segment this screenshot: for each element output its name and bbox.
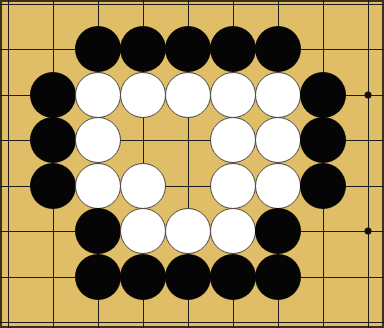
black-stone (210, 254, 256, 300)
go-board[interactable] (0, 0, 384, 328)
white-stone (120, 163, 166, 209)
black-stone (165, 26, 211, 72)
white-stone (75, 72, 121, 118)
white-stone (255, 117, 301, 163)
black-stone (300, 72, 346, 118)
white-stone (210, 72, 256, 118)
black-stone (120, 26, 166, 72)
black-stone (75, 254, 121, 300)
white-stone (120, 208, 166, 254)
white-stone (165, 72, 211, 118)
grid-line-horizontal (0, 322, 384, 323)
grid-line-horizontal (0, 4, 384, 5)
black-stone (165, 254, 211, 300)
white-stone (165, 208, 211, 254)
black-stone (75, 26, 121, 72)
black-stone (300, 163, 346, 209)
white-stone (210, 117, 256, 163)
black-stone (30, 117, 76, 163)
black-stone (210, 26, 256, 72)
white-stone (120, 72, 166, 118)
star-point (365, 228, 372, 235)
white-stone (255, 163, 301, 209)
black-stone (30, 163, 76, 209)
black-stone (120, 254, 166, 300)
white-stone (210, 163, 256, 209)
white-stone (255, 72, 301, 118)
white-stone (75, 163, 121, 209)
black-stone (255, 208, 301, 254)
black-stone (255, 26, 301, 72)
white-stone (210, 208, 256, 254)
black-stone (300, 117, 346, 163)
star-point (365, 91, 372, 98)
white-stone (75, 117, 121, 163)
black-stone (30, 72, 76, 118)
black-stone (255, 254, 301, 300)
black-stone (75, 208, 121, 254)
